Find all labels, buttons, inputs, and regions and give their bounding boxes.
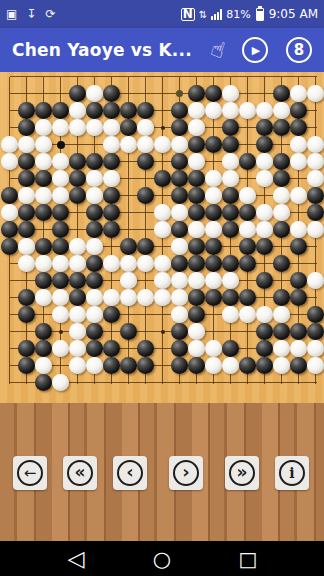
black-stone bbox=[188, 204, 205, 221]
white-stone bbox=[290, 85, 307, 102]
white-stone bbox=[103, 170, 120, 187]
white-stone bbox=[307, 272, 324, 289]
black-stone bbox=[222, 340, 239, 357]
white-stone bbox=[222, 102, 239, 119]
black-stone bbox=[154, 170, 171, 187]
double-chevron-right-icon: » bbox=[237, 464, 248, 481]
black-stone bbox=[171, 153, 188, 170]
black-stone bbox=[256, 323, 273, 340]
black-stone bbox=[222, 255, 239, 272]
white-stone bbox=[154, 136, 171, 153]
black-stone bbox=[290, 289, 307, 306]
black-stone bbox=[120, 323, 137, 340]
white-stone bbox=[154, 255, 171, 272]
move-count-badge[interactable]: 8 bbox=[286, 37, 312, 63]
white-stone bbox=[35, 187, 52, 204]
white-stone bbox=[256, 306, 273, 323]
hand-tool-icon[interactable]: ☝ bbox=[208, 37, 228, 62]
white-stone bbox=[222, 357, 239, 374]
prev-move-button[interactable]: ‹ bbox=[113, 456, 147, 490]
white-stone bbox=[205, 340, 222, 357]
white-stone bbox=[35, 153, 52, 170]
white-stone bbox=[154, 289, 171, 306]
black-stone bbox=[103, 102, 120, 119]
black-stone bbox=[120, 102, 137, 119]
white-stone bbox=[273, 102, 290, 119]
grid-line bbox=[10, 76, 317, 77]
fast-forward-button[interactable]: » bbox=[225, 456, 259, 490]
star-point bbox=[161, 126, 165, 130]
white-stone bbox=[86, 170, 103, 187]
white-stone bbox=[273, 340, 290, 357]
black-stone bbox=[256, 119, 273, 136]
black-stone bbox=[35, 204, 52, 221]
black-stone bbox=[205, 238, 222, 255]
white-stone bbox=[171, 136, 188, 153]
white-stone bbox=[35, 255, 52, 272]
white-stone bbox=[188, 272, 205, 289]
black-stone bbox=[35, 238, 52, 255]
black-stone bbox=[188, 187, 205, 204]
black-stone bbox=[137, 153, 154, 170]
black-stone bbox=[137, 187, 154, 204]
white-stone bbox=[222, 272, 239, 289]
white-stone bbox=[307, 340, 324, 357]
black-stone bbox=[137, 357, 154, 374]
black-stone bbox=[86, 102, 103, 119]
black-stone bbox=[290, 119, 307, 136]
black-stone bbox=[137, 340, 154, 357]
black-stone bbox=[222, 204, 239, 221]
white-stone bbox=[222, 306, 239, 323]
white-stone bbox=[18, 136, 35, 153]
nfc-icon: N bbox=[181, 8, 195, 21]
white-stone bbox=[86, 119, 103, 136]
white-stone bbox=[137, 289, 154, 306]
white-stone bbox=[307, 170, 324, 187]
black-stone bbox=[103, 221, 120, 238]
white-stone bbox=[52, 119, 69, 136]
white-stone bbox=[18, 187, 35, 204]
black-stone bbox=[18, 170, 35, 187]
white-stone bbox=[273, 204, 290, 221]
star-point bbox=[59, 330, 63, 334]
black-stone bbox=[290, 323, 307, 340]
phone-screen: ▣ ↧ ⟳ N ⇅ 81% 9:05 AM Chen Yaoye vs K...… bbox=[0, 0, 324, 576]
white-stone bbox=[120, 272, 137, 289]
black-stone bbox=[273, 289, 290, 306]
black-stone bbox=[52, 102, 69, 119]
white-stone bbox=[52, 306, 69, 323]
white-stone bbox=[137, 255, 154, 272]
black-stone bbox=[35, 340, 52, 357]
black-stone bbox=[35, 272, 52, 289]
white-stone bbox=[137, 119, 154, 136]
white-stone bbox=[69, 238, 86, 255]
black-stone bbox=[239, 153, 256, 170]
black-stone bbox=[188, 357, 205, 374]
white-stone bbox=[103, 255, 120, 272]
black-stone bbox=[86, 272, 103, 289]
white-stone bbox=[1, 136, 18, 153]
go-board[interactable] bbox=[0, 72, 324, 403]
white-stone bbox=[137, 136, 154, 153]
white-stone bbox=[290, 153, 307, 170]
white-stone bbox=[1, 153, 18, 170]
white-stone bbox=[307, 136, 324, 153]
black-stone bbox=[86, 153, 103, 170]
black-stone bbox=[290, 357, 307, 374]
white-stone bbox=[35, 119, 52, 136]
white-stone bbox=[256, 102, 273, 119]
black-stone bbox=[290, 272, 307, 289]
black-stone bbox=[69, 272, 86, 289]
white-stone bbox=[188, 119, 205, 136]
black-stone bbox=[307, 323, 324, 340]
black-stone bbox=[1, 238, 18, 255]
white-stone bbox=[239, 102, 256, 119]
black-stone bbox=[18, 306, 35, 323]
black-stone bbox=[171, 102, 188, 119]
black-stone bbox=[103, 204, 120, 221]
white-stone bbox=[154, 221, 171, 238]
white-stone bbox=[18, 255, 35, 272]
star-point bbox=[161, 330, 165, 334]
next-move-button[interactable]: › bbox=[169, 456, 203, 490]
black-stone bbox=[239, 357, 256, 374]
clock-text: 9:05 AM bbox=[269, 7, 318, 21]
white-stone bbox=[52, 170, 69, 187]
status-bar: ▣ ↧ ⟳ N ⇅ 81% 9:05 AM bbox=[0, 0, 324, 28]
white-stone bbox=[35, 357, 52, 374]
white-stone bbox=[35, 289, 52, 306]
black-stone bbox=[69, 289, 86, 306]
black-stone bbox=[205, 204, 222, 221]
black-stone bbox=[205, 136, 222, 153]
black-stone bbox=[307, 187, 324, 204]
home-icon[interactable]: ○ bbox=[142, 541, 182, 576]
black-stone bbox=[273, 85, 290, 102]
white-stone bbox=[86, 187, 103, 204]
chevron-right-icon: › bbox=[182, 463, 189, 481]
white-stone bbox=[290, 221, 307, 238]
white-stone bbox=[188, 153, 205, 170]
autoplay-button[interactable]: ▶ bbox=[242, 37, 268, 63]
back-icon[interactable]: ◁ bbox=[56, 541, 96, 576]
battery-percent: 81% bbox=[226, 8, 250, 21]
black-stone bbox=[205, 85, 222, 102]
white-stone bbox=[188, 323, 205, 340]
chevron-left-icon: ‹ bbox=[126, 463, 133, 481]
black-stone bbox=[35, 170, 52, 187]
black-stone bbox=[1, 221, 18, 238]
black-stone bbox=[35, 323, 52, 340]
white-stone bbox=[69, 306, 86, 323]
gallery-icon: ▣ bbox=[6, 8, 17, 20]
signal-icon bbox=[211, 9, 222, 20]
white-stone bbox=[1, 204, 18, 221]
black-stone bbox=[205, 289, 222, 306]
black-stone bbox=[307, 204, 324, 221]
white-stone bbox=[35, 136, 52, 153]
white-stone bbox=[52, 340, 69, 357]
white-stone bbox=[239, 221, 256, 238]
white-stone bbox=[273, 187, 290, 204]
white-stone bbox=[69, 119, 86, 136]
black-stone bbox=[18, 153, 35, 170]
battery-icon bbox=[256, 8, 264, 21]
white-stone bbox=[52, 374, 69, 391]
black-stone bbox=[103, 153, 120, 170]
black-stone bbox=[256, 272, 273, 289]
white-stone bbox=[307, 357, 324, 374]
black-stone bbox=[256, 340, 273, 357]
black-stone bbox=[52, 272, 69, 289]
black-stone bbox=[35, 102, 52, 119]
white-stone bbox=[273, 357, 290, 374]
title-bar: Chen Yaoye vs K... ☝ ▶ 8 bbox=[0, 28, 324, 72]
double-chevron-left-icon: « bbox=[75, 464, 86, 481]
mobile-data-icon: ⇅ bbox=[199, 9, 207, 20]
black-stone bbox=[35, 374, 52, 391]
white-stone bbox=[120, 255, 137, 272]
black-stone bbox=[222, 136, 239, 153]
white-stone bbox=[86, 289, 103, 306]
white-stone bbox=[18, 238, 35, 255]
black-stone bbox=[103, 340, 120, 357]
white-stone bbox=[188, 340, 205, 357]
black-stone bbox=[103, 306, 120, 323]
white-stone bbox=[86, 357, 103, 374]
white-stone bbox=[69, 323, 86, 340]
white-stone bbox=[307, 153, 324, 170]
black-stone bbox=[171, 340, 188, 357]
black-stone bbox=[171, 119, 188, 136]
black-stone bbox=[103, 85, 120, 102]
black-stone bbox=[273, 221, 290, 238]
black-stone bbox=[239, 204, 256, 221]
page-title: Chen Yaoye vs K... bbox=[12, 40, 192, 60]
black-stone bbox=[239, 289, 256, 306]
white-stone bbox=[69, 357, 86, 374]
white-stone bbox=[239, 187, 256, 204]
white-stone bbox=[290, 340, 307, 357]
black-stone bbox=[69, 85, 86, 102]
white-stone bbox=[222, 170, 239, 187]
black-stone bbox=[171, 187, 188, 204]
white-stone bbox=[171, 306, 188, 323]
white-stone bbox=[273, 306, 290, 323]
white-stone bbox=[256, 170, 273, 187]
white-stone bbox=[205, 357, 222, 374]
black-stone bbox=[188, 238, 205, 255]
recents-icon[interactable]: □ bbox=[228, 541, 268, 576]
white-stone bbox=[120, 289, 137, 306]
black-stone bbox=[256, 357, 273, 374]
white-stone bbox=[205, 272, 222, 289]
black-stone bbox=[52, 204, 69, 221]
black-stone bbox=[18, 204, 35, 221]
black-stone bbox=[188, 306, 205, 323]
black-stone bbox=[171, 255, 188, 272]
black-stone bbox=[273, 323, 290, 340]
navigation-toolbar: ← « ‹ › » i bbox=[0, 456, 324, 490]
move-marker-dot bbox=[176, 90, 183, 97]
black-stone bbox=[273, 153, 290, 170]
white-stone bbox=[222, 153, 239, 170]
black-stone bbox=[18, 289, 35, 306]
wood-background: ← « ‹ › » i bbox=[0, 403, 324, 541]
white-stone bbox=[52, 187, 69, 204]
white-stone bbox=[103, 136, 120, 153]
white-stone bbox=[52, 255, 69, 272]
white-stone bbox=[205, 221, 222, 238]
white-stone bbox=[307, 85, 324, 102]
black-stone bbox=[86, 340, 103, 357]
white-stone bbox=[52, 153, 69, 170]
black-stone bbox=[18, 340, 35, 357]
black-stone bbox=[290, 102, 307, 119]
white-stone bbox=[256, 221, 273, 238]
info-icon: i bbox=[289, 466, 294, 480]
white-stone bbox=[171, 204, 188, 221]
white-stone bbox=[69, 340, 86, 357]
black-stone bbox=[18, 221, 35, 238]
black-stone bbox=[52, 238, 69, 255]
white-stone bbox=[154, 204, 171, 221]
black-stone bbox=[69, 153, 86, 170]
white-stone bbox=[307, 221, 324, 238]
white-stone bbox=[256, 153, 273, 170]
white-stone bbox=[256, 204, 273, 221]
arrow-left-icon: ← bbox=[24, 466, 37, 481]
black-stone bbox=[256, 136, 273, 153]
white-stone bbox=[290, 136, 307, 153]
black-stone bbox=[290, 238, 307, 255]
black-stone bbox=[239, 255, 256, 272]
black-stone bbox=[137, 102, 154, 119]
white-stone bbox=[86, 85, 103, 102]
black-stone bbox=[171, 357, 188, 374]
black-stone bbox=[188, 136, 205, 153]
white-stone bbox=[205, 102, 222, 119]
black-stone bbox=[205, 255, 222, 272]
black-stone bbox=[18, 357, 35, 374]
black-stone bbox=[188, 170, 205, 187]
black-stone bbox=[69, 187, 86, 204]
black-stone bbox=[171, 323, 188, 340]
white-stone bbox=[171, 272, 188, 289]
white-stone bbox=[86, 238, 103, 255]
black-stone bbox=[103, 357, 120, 374]
white-stone bbox=[69, 255, 86, 272]
fast-rewind-button[interactable]: « bbox=[63, 456, 97, 490]
black-stone bbox=[1, 187, 18, 204]
black-stone bbox=[256, 238, 273, 255]
white-stone bbox=[205, 170, 222, 187]
black-stone bbox=[273, 119, 290, 136]
white-stone bbox=[103, 289, 120, 306]
white-stone bbox=[154, 272, 171, 289]
black-stone bbox=[86, 204, 103, 221]
white-stone bbox=[52, 289, 69, 306]
white-stone bbox=[103, 119, 120, 136]
grid-line bbox=[10, 93, 317, 94]
black-stone bbox=[120, 238, 137, 255]
white-stone bbox=[188, 102, 205, 119]
jump-start-button[interactable]: ← bbox=[13, 456, 47, 490]
black-stone bbox=[18, 119, 35, 136]
black-stone bbox=[222, 289, 239, 306]
black-stone bbox=[222, 119, 239, 136]
black-stone bbox=[222, 221, 239, 238]
black-stone bbox=[86, 323, 103, 340]
white-stone bbox=[69, 102, 86, 119]
white-stone bbox=[188, 221, 205, 238]
black-stone bbox=[86, 255, 103, 272]
black-stone bbox=[171, 221, 188, 238]
black-stone bbox=[273, 170, 290, 187]
black-stone bbox=[137, 238, 154, 255]
white-stone bbox=[205, 187, 222, 204]
black-stone bbox=[18, 102, 35, 119]
black-stone bbox=[86, 221, 103, 238]
black-stone bbox=[171, 170, 188, 187]
white-stone bbox=[86, 306, 103, 323]
black-stone bbox=[188, 255, 205, 272]
black-stone bbox=[307, 306, 324, 323]
sync-icon: ⟳ bbox=[45, 8, 55, 20]
black-stone bbox=[120, 119, 137, 136]
black-stone bbox=[120, 357, 137, 374]
black-stone bbox=[188, 85, 205, 102]
white-stone bbox=[120, 136, 137, 153]
black-stone bbox=[188, 289, 205, 306]
download-icon: ↧ bbox=[26, 8, 36, 20]
white-stone bbox=[239, 306, 256, 323]
black-stone bbox=[239, 238, 256, 255]
white-stone bbox=[290, 187, 307, 204]
move-marker-dot bbox=[57, 141, 65, 149]
black-stone bbox=[273, 255, 290, 272]
white-stone bbox=[171, 238, 188, 255]
black-stone bbox=[103, 187, 120, 204]
black-stone bbox=[69, 170, 86, 187]
black-stone bbox=[222, 187, 239, 204]
white-stone bbox=[171, 289, 188, 306]
black-stone bbox=[52, 221, 69, 238]
android-nav-bar: ◁ ○ □ bbox=[0, 541, 324, 576]
white-stone bbox=[222, 85, 239, 102]
info-button[interactable]: i bbox=[275, 456, 309, 490]
